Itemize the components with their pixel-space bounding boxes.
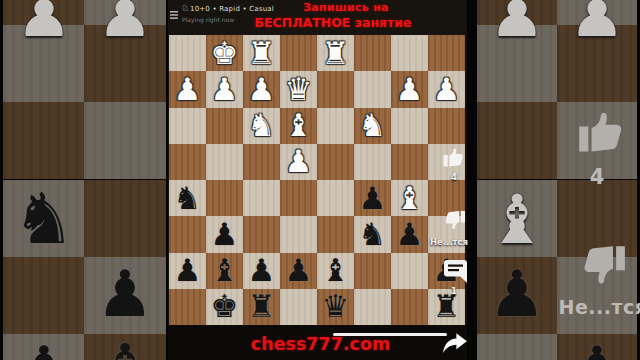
square: ♚ <box>206 289 243 325</box>
black-knight-piece: ♞ <box>169 180 206 216</box>
black-pawn-piece: ♟ <box>169 253 206 289</box>
square: ♛ <box>280 71 317 107</box>
black-knight-piece: ♞ <box>354 216 391 252</box>
square <box>428 35 465 71</box>
background-black-knight: ♞ <box>13 184 76 254</box>
square: ♟ <box>428 71 465 107</box>
square <box>206 144 243 180</box>
square: ♟ <box>280 253 317 289</box>
white-knight-piece: ♞ <box>243 108 280 144</box>
square: ♛ <box>317 289 354 325</box>
screenshot-root: { "game": "chess", "position": { "fen": … <box>0 0 640 360</box>
square <box>169 35 206 71</box>
square <box>169 144 206 180</box>
square: ♜ <box>243 35 280 71</box>
background-white-pawn: ♟ <box>569 0 625 46</box>
square <box>391 289 428 325</box>
background-black-pawn: ♟ <box>96 262 153 326</box>
square: ♚ <box>206 35 243 71</box>
black-pawn-piece: ♟ <box>243 253 280 289</box>
white-rook-piece: ♜ <box>243 35 280 71</box>
square <box>243 144 280 180</box>
square: ♟ <box>354 180 391 216</box>
promo-text-line1: Запишись на <box>275 1 417 14</box>
black-pawn-piece: ♟ <box>354 180 391 216</box>
square: ♝ <box>317 253 354 289</box>
white-rook-piece: ♜ <box>317 35 354 71</box>
background-black-pawn: ♟ <box>488 262 545 326</box>
square <box>206 180 243 216</box>
background-square <box>3 257 84 334</box>
background-square <box>3 102 84 179</box>
background-white-bishop: ♝ <box>487 186 548 254</box>
dislike-caption: Не...тся <box>430 237 468 247</box>
white-bishop-piece: ♝ <box>391 180 428 216</box>
game-info-subtitle: Playing right now <box>182 16 234 23</box>
square: ♝ <box>280 108 317 144</box>
share-arrow-icon <box>441 329 468 356</box>
background-board-left: ♟♟♞♟♟♝ <box>0 0 168 360</box>
square <box>391 35 428 71</box>
game-info-title: 10+0 • Rapid • Casual <box>190 5 274 13</box>
square <box>206 108 243 144</box>
square: ♟ <box>391 71 428 107</box>
white-pawn-piece: ♟ <box>391 71 428 107</box>
thumbs-up-icon <box>442 145 466 170</box>
black-pawn-piece: ♟ <box>391 216 428 252</box>
white-pawn-piece: ♟ <box>280 144 317 180</box>
black-bishop-piece: ♝ <box>206 253 243 289</box>
square: ♞ <box>243 108 280 144</box>
background-square <box>84 180 166 257</box>
square <box>169 289 206 325</box>
black-queen-piece: ♛ <box>317 289 354 325</box>
square: ♞ <box>354 108 391 144</box>
square: ♟ <box>206 216 243 252</box>
square: ♟ <box>243 71 280 107</box>
square: ♟ <box>280 144 317 180</box>
square <box>391 108 428 144</box>
square: ♟ <box>169 253 206 289</box>
square: ♟ <box>391 216 428 252</box>
square <box>280 216 317 252</box>
square <box>354 35 391 71</box>
square: ♜ <box>317 35 354 71</box>
like-count: 4 <box>447 172 461 182</box>
background-white-pawn: ♟ <box>97 0 153 46</box>
square: ♝ <box>391 180 428 216</box>
game-info-bar: ♘ 10+0 • Rapid • Casual Playing right no… <box>168 0 467 35</box>
square <box>243 216 280 252</box>
background-square <box>477 334 557 360</box>
chess-board: ♚♜♜♟♟♟♛♟♟♞♝♞♟♞♟♝♟♞♟♟♝♟♟♝♟♚♜♛♜ <box>169 35 465 325</box>
white-pawn-piece: ♟ <box>206 71 243 107</box>
like-count-large: 4 <box>584 165 610 189</box>
square: ♟ <box>206 71 243 107</box>
square <box>169 108 206 144</box>
square <box>391 253 428 289</box>
white-knight-piece: ♞ <box>354 108 391 144</box>
square <box>280 180 317 216</box>
background-black-pawn: ♟ <box>570 338 624 360</box>
background-square <box>477 102 557 179</box>
black-rook-piece: ♜ <box>243 289 280 325</box>
square <box>317 216 354 252</box>
menu-icon[interactable] <box>170 11 179 20</box>
video-frame[interactable]: ♘ 10+0 • Rapid • Casual Playing right no… <box>168 0 467 360</box>
thumbs-down-button[interactable] <box>442 208 467 236</box>
thumbs-down-icon <box>442 208 467 232</box>
square <box>317 71 354 107</box>
white-pawn-piece: ♟ <box>169 71 206 107</box>
white-pawn-piece: ♟ <box>243 71 280 107</box>
square <box>317 180 354 216</box>
share-button[interactable] <box>441 329 468 360</box>
thumbs-up-button[interactable] <box>442 145 466 174</box>
square <box>428 108 465 144</box>
white-bishop-piece: ♝ <box>280 108 317 144</box>
comment-count: 1 <box>448 286 460 296</box>
black-bishop-piece: ♝ <box>317 253 354 289</box>
square <box>317 144 354 180</box>
square <box>280 35 317 71</box>
site-caption: chess777.com <box>228 334 413 354</box>
comment-icon <box>443 258 469 285</box>
dislike-caption-large: Не...тся <box>558 296 640 318</box>
background-board-right: 4 Не...тся ♟♟♝♟♟ <box>468 0 640 360</box>
background-white-pawn: ♟ <box>16 0 72 46</box>
square: ♝ <box>206 253 243 289</box>
square <box>354 71 391 107</box>
rapid-time-control-icon: ♘ <box>181 4 189 13</box>
square: ♞ <box>354 216 391 252</box>
square <box>391 144 428 180</box>
background-black-pawn: ♟ <box>17 338 71 360</box>
background-black-bishop: ♝ <box>97 336 153 360</box>
white-queen-piece: ♛ <box>280 71 317 107</box>
square: ♞ <box>169 180 206 216</box>
square: ♜ <box>243 289 280 325</box>
thumbs-up-icon-large <box>576 106 628 158</box>
white-king-piece: ♚ <box>206 35 243 71</box>
black-pawn-piece: ♟ <box>280 253 317 289</box>
square: ♟ <box>243 253 280 289</box>
square <box>354 289 391 325</box>
square <box>354 144 391 180</box>
square <box>280 289 317 325</box>
square <box>354 253 391 289</box>
black-king-piece: ♚ <box>206 289 243 325</box>
comment-button[interactable] <box>443 258 469 289</box>
thumbs-down-icon-large <box>576 240 630 290</box>
square <box>317 108 354 144</box>
white-pawn-piece: ♟ <box>428 71 465 107</box>
promo-text-line2: БЕСПЛАТНОЕ занятие <box>252 15 414 30</box>
square <box>243 180 280 216</box>
background-white-pawn: ♟ <box>489 0 545 46</box>
background-square <box>84 102 166 179</box>
square: ♟ <box>169 71 206 107</box>
black-pawn-piece: ♟ <box>206 216 243 252</box>
square <box>169 216 206 252</box>
